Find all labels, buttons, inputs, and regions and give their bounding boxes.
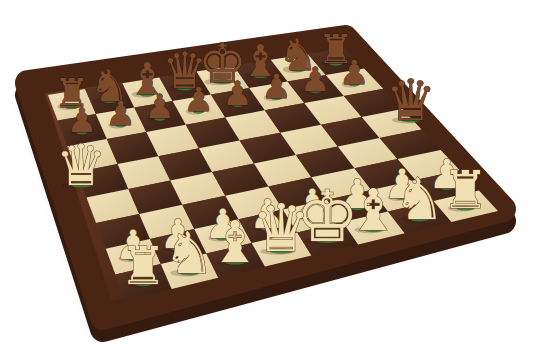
piece-black-pawn-f7[interactable]: ♟	[261, 67, 291, 106]
piece-black-pawn-d7[interactable]: ♟	[184, 80, 214, 119]
white-knight-glyph: ♞	[394, 166, 445, 233]
piece-white-knight-g1[interactable]: ♞	[394, 166, 445, 233]
white-rook-glyph: ♜	[120, 236, 167, 296]
black-pawn-glyph: ♟	[223, 74, 253, 113]
black-pawn-glyph: ♟	[184, 80, 214, 119]
piece-black-pawn-b7[interactable]: ♟	[106, 94, 136, 133]
white-rook-glyph: ♜	[442, 160, 489, 220]
piece-white-bishop-c1[interactable]: ♝	[210, 209, 261, 276]
white-queen-glyph: ♛	[56, 132, 107, 198]
black-pawn-glyph: ♟	[300, 60, 330, 99]
chess-set-photo: ♜♞♝♚♟♛♟♝♟♞♟♜♟♟♛♟♟♛♟♟♟♜♟♞♟♝♟♚♟♛♟♝♞♜	[0, 0, 533, 355]
black-pawn-glyph: ♟	[106, 94, 136, 133]
black-queen-glyph: ♛	[385, 67, 436, 133]
piece-black-queen-extra-right[interactable]: ♛	[385, 67, 436, 133]
piece-white-rook-a1[interactable]: ♜	[120, 236, 167, 296]
piece-white-rook-h1[interactable]: ♜	[442, 160, 489, 220]
piece-white-queen-extra-left[interactable]: ♛	[56, 132, 107, 198]
white-bishop-glyph: ♝	[210, 209, 261, 276]
piece-black-pawn-g7[interactable]: ♟	[300, 60, 330, 99]
piece-black-pawn-e7[interactable]: ♟	[223, 74, 253, 113]
piece-white-knight-b1[interactable]: ♞	[164, 220, 215, 287]
black-pawn-glyph: ♟	[261, 67, 291, 106]
white-knight-glyph: ♞	[164, 220, 215, 287]
chess-board: ♜♞♝♚♟♛♟♝♟♞♟♜♟♟♛♟♟♛♟♟♟♜♟♞♟♝♟♚♟♛♟♝♞♜	[0, 0, 533, 355]
piece-black-pawn-h7[interactable]: ♟	[339, 53, 369, 92]
piece-black-pawn-c7[interactable]: ♟	[145, 87, 175, 126]
black-pawn-glyph: ♟	[339, 53, 369, 92]
black-pawn-glyph: ♟	[145, 87, 175, 126]
